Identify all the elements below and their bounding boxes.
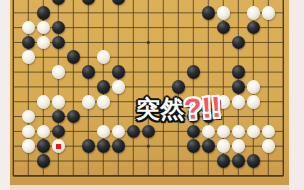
black-stone [232, 80, 246, 94]
black-stone [37, 6, 51, 20]
go-board: 突然?!! [0, 0, 304, 190]
black-stone [37, 139, 51, 153]
white-stone [247, 125, 261, 139]
black-stone [82, 139, 96, 153]
white-stone [52, 65, 66, 79]
white-stone [97, 125, 111, 139]
black-stone [217, 154, 231, 168]
white-stone [37, 125, 51, 139]
video-frame: 突然?!! [0, 0, 304, 190]
star-point [147, 41, 150, 44]
white-stone [97, 95, 111, 109]
white-stone [262, 6, 276, 20]
black-stone [82, 65, 96, 79]
white-stone [22, 139, 36, 153]
caption-main: 突然 [136, 95, 184, 122]
black-stone [232, 65, 246, 79]
black-stone [37, 154, 51, 168]
black-stone [232, 154, 246, 168]
black-stone [187, 139, 201, 153]
white-stone [247, 95, 261, 109]
black-stone [52, 125, 66, 139]
letterbox-bar-bottom [10, 185, 289, 190]
white-stone [247, 6, 261, 20]
caption-text: 突然?!! [136, 93, 221, 122]
white-stone [97, 50, 111, 64]
white-stone [37, 95, 51, 109]
black-stone [172, 80, 186, 94]
black-stone [187, 125, 201, 139]
white-stone [262, 139, 276, 153]
white-stone [22, 125, 36, 139]
black-stone [97, 80, 111, 94]
white-stone [262, 125, 276, 139]
letterbox-bar-left [0, 0, 10, 190]
black-stone [202, 6, 216, 20]
white-stone [217, 6, 231, 20]
white-stone [247, 80, 261, 94]
black-stone [112, 139, 126, 153]
letterbox-bar-right [289, 0, 304, 190]
white-stone [217, 139, 231, 153]
white-stone [232, 139, 246, 153]
black-stone [142, 125, 156, 139]
last-move-marker [56, 144, 61, 149]
white-stone [232, 95, 246, 109]
black-stone [112, 65, 126, 79]
black-stone [127, 125, 141, 139]
black-stone [202, 139, 216, 153]
white-stone [52, 95, 66, 109]
white-stone [232, 125, 246, 139]
black-stone [97, 139, 111, 153]
black-stone [187, 65, 201, 79]
white-stone [112, 80, 126, 94]
white-stone [217, 125, 231, 139]
caption-exclaim: ?!! [183, 93, 222, 125]
star-point [147, 145, 150, 148]
white-stone [202, 125, 216, 139]
white-stone [22, 50, 36, 64]
black-stone [67, 50, 81, 64]
black-stone [247, 154, 261, 168]
white-stone [82, 95, 96, 109]
white-stone [112, 125, 126, 139]
